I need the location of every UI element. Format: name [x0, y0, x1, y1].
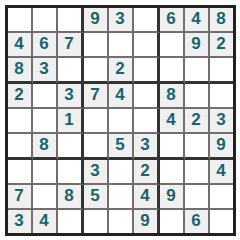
cell-r5c2[interactable]: [33, 109, 58, 134]
cell-r9c7[interactable]: [160, 210, 185, 233]
cell-r1c9: 8: [210, 8, 233, 33]
cell-r7c2[interactable]: [33, 160, 58, 185]
cell-r5c5[interactable]: [109, 109, 134, 134]
cell-r6c9: 9: [210, 134, 233, 160]
cell-r5c3: 1: [58, 109, 84, 134]
cell-r4c7: 8: [160, 84, 185, 109]
cell-r4c4: 7: [84, 84, 109, 109]
cell-r4c2[interactable]: [33, 84, 58, 109]
cell-r5c7: 4: [160, 109, 185, 134]
cell-r8c8[interactable]: [185, 185, 210, 210]
cell-r9c3[interactable]: [58, 210, 84, 233]
cell-r9c6: 9: [134, 210, 160, 233]
cell-r9c2: 4: [33, 210, 58, 233]
cell-r9c4[interactable]: [84, 210, 109, 233]
cell-r4c8[interactable]: [185, 84, 210, 109]
cell-r4c1: 2: [8, 84, 33, 109]
cell-r1c2[interactable]: [33, 8, 58, 33]
cell-r2c7[interactable]: [160, 33, 185, 58]
cell-r1c6[interactable]: [134, 8, 160, 33]
cell-r8c4: 5: [84, 185, 109, 210]
cell-r3c9[interactable]: [210, 58, 233, 84]
cell-r8c5[interactable]: [109, 185, 134, 210]
cell-r1c4: 9: [84, 8, 109, 33]
cell-r3c3[interactable]: [58, 58, 84, 84]
cell-r2c8: 9: [185, 33, 210, 58]
cell-r1c7: 6: [160, 8, 185, 33]
cell-r2c4[interactable]: [84, 33, 109, 58]
cell-r5c9: 3: [210, 109, 233, 134]
cell-r2c2: 6: [33, 33, 58, 58]
cell-r8c9[interactable]: [210, 185, 233, 210]
cell-r6c6: 3: [134, 134, 160, 160]
cell-r1c3[interactable]: [58, 8, 84, 33]
cell-r7c7[interactable]: [160, 160, 185, 185]
cell-r1c5: 3: [109, 8, 134, 33]
cell-r3c6[interactable]: [134, 58, 160, 84]
cell-r5c6[interactable]: [134, 109, 160, 134]
cell-r7c4: 3: [84, 160, 109, 185]
cell-r6c7[interactable]: [160, 134, 185, 160]
cell-r3c7[interactable]: [160, 58, 185, 84]
cell-r6c4[interactable]: [84, 134, 109, 160]
cell-r9c9[interactable]: [210, 210, 233, 233]
cell-r3c8[interactable]: [185, 58, 210, 84]
cell-r4c3: 3: [58, 84, 84, 109]
cell-r7c8[interactable]: [185, 160, 210, 185]
cell-r8c2[interactable]: [33, 185, 58, 210]
cell-r7c3[interactable]: [58, 160, 84, 185]
cell-r3c1: 8: [8, 58, 33, 84]
cell-r7c6: 2: [134, 160, 160, 185]
sudoku-board: 93648467928322374814238539324785493496: [5, 5, 236, 236]
cell-r1c1[interactable]: [8, 8, 33, 33]
cell-r6c8[interactable]: [185, 134, 210, 160]
cell-r6c1[interactable]: [8, 134, 33, 160]
cell-r4c9[interactable]: [210, 84, 233, 109]
cell-r2c3: 7: [58, 33, 84, 58]
cell-r2c6[interactable]: [134, 33, 160, 58]
cell-r9c1: 3: [8, 210, 33, 233]
cell-r5c8: 2: [185, 109, 210, 134]
cell-r2c9: 2: [210, 33, 233, 58]
cell-r3c4[interactable]: [84, 58, 109, 84]
cell-r4c6[interactable]: [134, 84, 160, 109]
cell-r9c8: 6: [185, 210, 210, 233]
cell-r1c8: 4: [185, 8, 210, 33]
cell-r6c5: 5: [109, 134, 134, 160]
cell-r8c1: 7: [8, 185, 33, 210]
cell-r2c5[interactable]: [109, 33, 134, 58]
cell-r7c1[interactable]: [8, 160, 33, 185]
cell-r3c5: 2: [109, 58, 134, 84]
cell-r6c2: 8: [33, 134, 58, 160]
cell-r6c3[interactable]: [58, 134, 84, 160]
cell-r9c5[interactable]: [109, 210, 134, 233]
cell-r4c5: 4: [109, 84, 134, 109]
cell-r8c7: 9: [160, 185, 185, 210]
cell-r5c4[interactable]: [84, 109, 109, 134]
cell-r3c2: 3: [33, 58, 58, 84]
cell-r8c3: 8: [58, 185, 84, 210]
cell-r8c6: 4: [134, 185, 160, 210]
cell-r5c1[interactable]: [8, 109, 33, 134]
cell-r2c1: 4: [8, 33, 33, 58]
cell-r7c9: 4: [210, 160, 233, 185]
cell-r7c5[interactable]: [109, 160, 134, 185]
